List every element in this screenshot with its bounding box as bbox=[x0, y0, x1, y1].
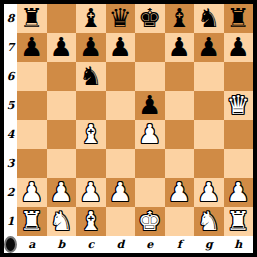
square-c2[interactable]: ♟ bbox=[76, 178, 106, 207]
square-b1[interactable]: ♞ bbox=[47, 207, 77, 236]
piece-white-rook[interactable]: ♜ bbox=[20, 208, 43, 234]
piece-white-bishop[interactable]: ♝ bbox=[79, 208, 102, 234]
chess-diagram: 87654321 ♜♝♛♚♝♞♜♟♟♟♟♟♟♟♞♟♛♝♟♟♟♟♟♟♟♟♜♞♝♚♞… bbox=[0, 0, 257, 257]
square-a1[interactable]: ♜ bbox=[17, 207, 47, 236]
file-labels-row: abcdefgh bbox=[17, 236, 253, 253]
piece-white-pawn[interactable]: ♟ bbox=[20, 179, 43, 205]
square-b8[interactable] bbox=[47, 4, 77, 33]
square-a6[interactable] bbox=[17, 62, 47, 91]
piece-white-pawn[interactable]: ♟ bbox=[227, 179, 250, 205]
square-h2[interactable]: ♟ bbox=[224, 178, 254, 207]
rank-labels-column: 87654321 bbox=[4, 4, 17, 236]
piece-black-knight[interactable]: ♞ bbox=[79, 63, 102, 89]
square-e7[interactable] bbox=[135, 33, 165, 62]
piece-white-pawn[interactable]: ♟ bbox=[197, 179, 220, 205]
square-f7[interactable]: ♟ bbox=[165, 33, 195, 62]
square-a7[interactable]: ♟ bbox=[17, 33, 47, 62]
square-b6[interactable] bbox=[47, 62, 77, 91]
square-e5[interactable]: ♟ bbox=[135, 91, 165, 120]
piece-black-rook[interactable]: ♜ bbox=[227, 5, 250, 31]
square-g4[interactable] bbox=[194, 120, 224, 149]
rank-label-1: 1 bbox=[7, 216, 15, 227]
file-label-b: b bbox=[57, 239, 65, 250]
file-label-h: h bbox=[234, 239, 242, 250]
piece-white-king[interactable]: ♚ bbox=[138, 208, 161, 234]
piece-black-pawn[interactable]: ♟ bbox=[79, 34, 102, 60]
rank-label-8: 8 bbox=[7, 13, 15, 24]
square-b2[interactable]: ♟ bbox=[47, 178, 77, 207]
square-f2[interactable]: ♟ bbox=[165, 178, 195, 207]
square-g7[interactable]: ♟ bbox=[194, 33, 224, 62]
square-g5[interactable] bbox=[194, 91, 224, 120]
square-c5[interactable] bbox=[76, 91, 106, 120]
square-b5[interactable] bbox=[47, 91, 77, 120]
piece-white-pawn[interactable]: ♟ bbox=[138, 121, 161, 147]
piece-white-pawn[interactable]: ♟ bbox=[50, 179, 73, 205]
piece-black-king[interactable]: ♚ bbox=[138, 5, 161, 31]
piece-black-pawn[interactable]: ♟ bbox=[197, 34, 220, 60]
file-label-d: d bbox=[116, 239, 124, 250]
piece-white-queen[interactable]: ♛ bbox=[227, 92, 250, 118]
square-f8[interactable]: ♝ bbox=[165, 4, 195, 33]
piece-black-bishop[interactable]: ♝ bbox=[168, 5, 191, 31]
piece-black-pawn[interactable]: ♟ bbox=[109, 34, 132, 60]
square-b4[interactable] bbox=[47, 120, 77, 149]
square-h1[interactable]: ♜ bbox=[224, 207, 254, 236]
piece-black-knight[interactable]: ♞ bbox=[197, 5, 220, 31]
square-f3[interactable] bbox=[165, 149, 195, 178]
piece-white-pawn[interactable]: ♟ bbox=[168, 179, 191, 205]
rank-label-7: 7 bbox=[7, 42, 15, 53]
piece-black-pawn[interactable]: ♟ bbox=[20, 34, 43, 60]
square-f1[interactable] bbox=[165, 207, 195, 236]
piece-white-knight[interactable]: ♞ bbox=[197, 208, 220, 234]
square-h6[interactable] bbox=[224, 62, 254, 91]
square-a4[interactable] bbox=[17, 120, 47, 149]
rank-label-4: 4 bbox=[7, 129, 15, 140]
square-g2[interactable]: ♟ bbox=[194, 178, 224, 207]
piece-black-pawn[interactable]: ♟ bbox=[168, 34, 191, 60]
square-d6[interactable] bbox=[106, 62, 136, 91]
square-g1[interactable]: ♞ bbox=[194, 207, 224, 236]
square-f6[interactable] bbox=[165, 62, 195, 91]
piece-black-pawn[interactable]: ♟ bbox=[138, 92, 161, 118]
square-a3[interactable] bbox=[17, 149, 47, 178]
square-a5[interactable] bbox=[17, 91, 47, 120]
chess-board: ♜♝♛♚♝♞♜♟♟♟♟♟♟♟♞♟♛♝♟♟♟♟♟♟♟♟♜♞♝♚♞♜ bbox=[17, 4, 253, 236]
piece-black-pawn[interactable]: ♟ bbox=[227, 34, 250, 60]
piece-black-queen[interactable]: ♛ bbox=[109, 5, 132, 31]
square-b3[interactable] bbox=[47, 149, 77, 178]
square-f4[interactable] bbox=[165, 120, 195, 149]
piece-black-bishop[interactable]: ♝ bbox=[79, 5, 102, 31]
square-d1[interactable] bbox=[106, 207, 136, 236]
square-c7[interactable]: ♟ bbox=[76, 33, 106, 62]
square-h7[interactable]: ♟ bbox=[224, 33, 254, 62]
rank-label-6: 6 bbox=[7, 71, 15, 82]
square-f5[interactable] bbox=[165, 91, 195, 120]
square-e8[interactable]: ♚ bbox=[135, 4, 165, 33]
square-d7[interactable]: ♟ bbox=[106, 33, 136, 62]
square-g3[interactable] bbox=[194, 149, 224, 178]
square-d2[interactable]: ♟ bbox=[106, 178, 136, 207]
turn-indicator-corner bbox=[4, 236, 17, 253]
square-e1[interactable]: ♚ bbox=[135, 207, 165, 236]
square-h8[interactable]: ♜ bbox=[224, 4, 254, 33]
piece-white-knight[interactable]: ♞ bbox=[50, 208, 73, 234]
square-g8[interactable]: ♞ bbox=[194, 4, 224, 33]
file-label-c: c bbox=[87, 239, 94, 250]
file-label-a: a bbox=[28, 239, 35, 250]
square-c6[interactable]: ♞ bbox=[76, 62, 106, 91]
file-label-e: e bbox=[146, 239, 153, 250]
square-e4[interactable]: ♟ bbox=[135, 120, 165, 149]
square-g6[interactable] bbox=[194, 62, 224, 91]
square-c4[interactable]: ♝ bbox=[76, 120, 106, 149]
file-label-f: f bbox=[177, 239, 182, 250]
square-d5[interactable] bbox=[106, 91, 136, 120]
square-h5[interactable]: ♛ bbox=[224, 91, 254, 120]
piece-white-pawn[interactable]: ♟ bbox=[79, 179, 102, 205]
square-e6[interactable] bbox=[135, 62, 165, 91]
piece-black-pawn[interactable]: ♟ bbox=[50, 34, 73, 60]
piece-white-bishop[interactable]: ♝ bbox=[79, 121, 102, 147]
square-h4[interactable] bbox=[224, 120, 254, 149]
square-b7[interactable]: ♟ bbox=[47, 33, 77, 62]
square-e2[interactable] bbox=[135, 178, 165, 207]
black-to-move-indicator bbox=[4, 236, 17, 253]
square-d8[interactable]: ♛ bbox=[106, 4, 136, 33]
rank-label-3: 3 bbox=[7, 158, 15, 169]
square-a8[interactable]: ♜ bbox=[17, 4, 47, 33]
square-h3[interactable] bbox=[224, 149, 254, 178]
piece-black-rook[interactable]: ♜ bbox=[20, 5, 43, 31]
square-d3[interactable] bbox=[106, 149, 136, 178]
file-label-g: g bbox=[205, 239, 213, 250]
square-c8[interactable]: ♝ bbox=[76, 4, 106, 33]
square-a2[interactable]: ♟ bbox=[17, 178, 47, 207]
square-d4[interactable] bbox=[106, 120, 136, 149]
rank-label-5: 5 bbox=[7, 100, 15, 111]
piece-white-rook[interactable]: ♜ bbox=[227, 208, 250, 234]
rank-label-2: 2 bbox=[7, 187, 15, 198]
square-e3[interactable] bbox=[135, 149, 165, 178]
square-c1[interactable]: ♝ bbox=[76, 207, 106, 236]
square-c3[interactable] bbox=[76, 149, 106, 178]
piece-white-pawn[interactable]: ♟ bbox=[109, 179, 132, 205]
